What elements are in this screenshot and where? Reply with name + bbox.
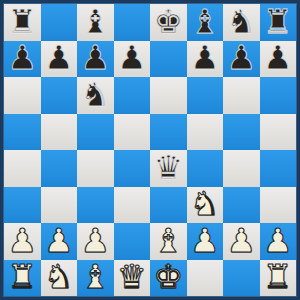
- chess-board: ♜♝♚♝♞♜♟♟♟♟♟♟♟♞♛♞♟♟♟♝♟♟♟♜♞♝♛♚♜: [4, 4, 296, 296]
- square-c6[interactable]: ♞: [77, 77, 114, 114]
- white-bishop-piece: ♝: [153, 224, 183, 257]
- square-g8[interactable]: ♞: [223, 4, 260, 41]
- square-d7[interactable]: ♟: [114, 41, 151, 78]
- square-f7[interactable]: ♟: [187, 41, 224, 78]
- square-a2[interactable]: ♟: [4, 223, 41, 260]
- square-f1[interactable]: [187, 260, 224, 297]
- square-h4[interactable]: [260, 150, 297, 187]
- square-d2[interactable]: [114, 223, 151, 260]
- black-bishop-piece: ♝: [190, 5, 220, 38]
- square-f4[interactable]: [187, 150, 224, 187]
- square-e7[interactable]: [150, 41, 187, 78]
- square-g7[interactable]: ♟: [223, 41, 260, 78]
- square-b3[interactable]: [41, 187, 78, 224]
- square-a4[interactable]: [4, 150, 41, 187]
- square-b1[interactable]: ♞: [41, 260, 78, 297]
- square-c3[interactable]: [77, 187, 114, 224]
- black-pawn-piece: ♟: [226, 41, 256, 74]
- square-e3[interactable]: [150, 187, 187, 224]
- square-a5[interactable]: [4, 114, 41, 151]
- black-queen-piece: ♛: [153, 151, 183, 184]
- square-d6[interactable]: [114, 77, 151, 114]
- square-b8[interactable]: [41, 4, 78, 41]
- square-h2[interactable]: ♟: [260, 223, 297, 260]
- square-g5[interactable]: [223, 114, 260, 151]
- square-a6[interactable]: [4, 77, 41, 114]
- square-f3[interactable]: ♞: [187, 187, 224, 224]
- white-bishop-piece: ♝: [80, 260, 110, 293]
- black-pawn-piece: ♟: [7, 41, 37, 74]
- board-frame: ♜♝♚♝♞♜♟♟♟♟♟♟♟♞♛♞♟♟♟♝♟♟♟♜♞♝♛♚♜: [0, 0, 300, 300]
- black-knight-piece: ♞: [226, 5, 256, 38]
- square-a1[interactable]: ♜: [4, 260, 41, 297]
- square-d4[interactable]: [114, 150, 151, 187]
- square-c1[interactable]: ♝: [77, 260, 114, 297]
- square-a7[interactable]: ♟: [4, 41, 41, 78]
- square-a3[interactable]: [4, 187, 41, 224]
- white-rook-piece: ♜: [7, 260, 37, 293]
- square-h6[interactable]: [260, 77, 297, 114]
- square-e4[interactable]: ♛: [150, 150, 187, 187]
- square-h7[interactable]: ♟: [260, 41, 297, 78]
- white-queen-piece: ♛: [117, 260, 147, 293]
- square-c7[interactable]: ♟: [77, 41, 114, 78]
- square-c4[interactable]: [77, 150, 114, 187]
- square-b4[interactable]: [41, 150, 78, 187]
- black-rook-piece: ♜: [7, 5, 37, 38]
- black-pawn-piece: ♟: [44, 41, 74, 74]
- black-pawn-piece: ♟: [190, 41, 220, 74]
- white-king-piece: ♚: [153, 260, 183, 293]
- square-h8[interactable]: ♜: [260, 4, 297, 41]
- square-g1[interactable]: [223, 260, 260, 297]
- black-pawn-piece: ♟: [263, 41, 293, 74]
- black-bishop-piece: ♝: [80, 5, 110, 38]
- square-g3[interactable]: [223, 187, 260, 224]
- black-pawn-piece: ♟: [80, 41, 110, 74]
- white-pawn-piece: ♟: [44, 224, 74, 257]
- white-knight-piece: ♞: [44, 260, 74, 293]
- square-a8[interactable]: ♜: [4, 4, 41, 41]
- white-pawn-piece: ♟: [190, 224, 220, 257]
- square-d5[interactable]: [114, 114, 151, 151]
- square-b5[interactable]: [41, 114, 78, 151]
- square-d3[interactable]: [114, 187, 151, 224]
- square-c2[interactable]: ♟: [77, 223, 114, 260]
- white-knight-piece: ♞: [190, 187, 220, 220]
- white-pawn-piece: ♟: [80, 224, 110, 257]
- square-h1[interactable]: ♜: [260, 260, 297, 297]
- white-pawn-piece: ♟: [226, 224, 256, 257]
- square-b6[interactable]: [41, 77, 78, 114]
- square-e5[interactable]: [150, 114, 187, 151]
- square-e8[interactable]: ♚: [150, 4, 187, 41]
- square-g6[interactable]: [223, 77, 260, 114]
- black-rook-piece: ♜: [263, 5, 293, 38]
- square-f5[interactable]: [187, 114, 224, 151]
- square-e1[interactable]: ♚: [150, 260, 187, 297]
- square-h5[interactable]: [260, 114, 297, 151]
- square-d1[interactable]: ♛: [114, 260, 151, 297]
- black-knight-piece: ♞: [80, 78, 110, 111]
- square-c8[interactable]: ♝: [77, 4, 114, 41]
- square-f6[interactable]: [187, 77, 224, 114]
- black-king-piece: ♚: [153, 5, 183, 38]
- square-f2[interactable]: ♟: [187, 223, 224, 260]
- black-pawn-piece: ♟: [117, 41, 147, 74]
- white-pawn-piece: ♟: [263, 224, 293, 257]
- square-g2[interactable]: ♟: [223, 223, 260, 260]
- square-b2[interactable]: ♟: [41, 223, 78, 260]
- square-h3[interactable]: [260, 187, 297, 224]
- square-c5[interactable]: [77, 114, 114, 151]
- square-f8[interactable]: ♝: [187, 4, 224, 41]
- square-e2[interactable]: ♝: [150, 223, 187, 260]
- square-b7[interactable]: ♟: [41, 41, 78, 78]
- square-d8[interactable]: [114, 4, 151, 41]
- square-e6[interactable]: [150, 77, 187, 114]
- white-rook-piece: ♜: [263, 260, 293, 293]
- square-g4[interactable]: [223, 150, 260, 187]
- white-pawn-piece: ♟: [7, 224, 37, 257]
